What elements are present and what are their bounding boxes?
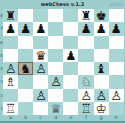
square-b6[interactable] (18, 36, 33, 49)
square-h6[interactable] (109, 36, 124, 49)
square-c5[interactable]: ♛ (33, 49, 48, 62)
webchess-app: webChess v.1.2 admin 87654321 ♜♜♚♟♟♟♟♟♟♛… (0, 0, 125, 123)
square-b5[interactable] (18, 49, 33, 62)
square-e2[interactable] (63, 89, 78, 102)
square-f7[interactable]: ♟ (78, 22, 93, 35)
white-bishop-piece: ♗ (5, 75, 16, 88)
square-c6[interactable] (33, 36, 48, 49)
square-d4[interactable] (48, 62, 63, 75)
square-d6[interactable] (48, 36, 63, 49)
square-c7[interactable]: ♟ (33, 22, 48, 35)
square-c3[interactable] (33, 75, 48, 88)
square-g1[interactable]: ♔ (94, 102, 109, 115)
square-h7[interactable]: ♟ (109, 22, 124, 35)
square-h4[interactable] (109, 62, 124, 75)
black-pawn-piece: ♟ (20, 22, 31, 35)
square-b1[interactable] (18, 102, 33, 115)
square-c1[interactable] (33, 102, 48, 115)
square-d5[interactable] (48, 49, 63, 62)
square-d7[interactable] (48, 22, 63, 35)
titlebar-right-label: admin (109, 1, 123, 9)
white-rook-piece: ♖ (80, 102, 91, 115)
square-d8[interactable] (48, 9, 63, 22)
black-queen-piece: ♛ (35, 49, 46, 62)
black-pawn-piece: ♟ (35, 22, 46, 35)
square-e4[interactable] (63, 62, 78, 75)
square-a5[interactable] (3, 49, 18, 62)
square-f6[interactable] (78, 36, 93, 49)
square-d2[interactable] (48, 89, 63, 102)
app-title: webChess v.1.2 (41, 0, 85, 9)
square-f8[interactable]: ♜ (78, 9, 93, 22)
white-knight-piece: ♘ (80, 75, 91, 88)
square-g4[interactable]: ♝ (94, 62, 109, 75)
title-bar: webChess v.1.2 admin (0, 0, 125, 9)
black-pawn-piece: ♟ (5, 22, 16, 35)
black-bishop-piece: ♝ (96, 62, 107, 75)
square-g5[interactable] (94, 49, 109, 62)
square-e5[interactable]: ♟ (63, 49, 78, 62)
black-knight-piece: ♞ (20, 62, 31, 75)
square-h8[interactable] (109, 9, 124, 22)
black-rook-piece: ♜ (80, 9, 91, 22)
square-g7[interactable]: ♟ (94, 22, 109, 35)
square-f4[interactable] (78, 62, 93, 75)
square-g6[interactable] (94, 36, 109, 49)
square-g2[interactable]: ♙ (94, 89, 109, 102)
black-pawn-piece: ♟ (65, 49, 76, 62)
square-e7[interactable] (63, 22, 78, 35)
square-f5[interactable] (78, 49, 93, 62)
square-h1[interactable] (109, 102, 124, 115)
square-e6[interactable] (63, 36, 78, 49)
square-a6[interactable] (3, 36, 18, 49)
square-b3[interactable] (18, 75, 33, 88)
square-a8[interactable]: ♜ (3, 9, 18, 22)
white-rook-piece: ♖ (5, 102, 16, 115)
square-d3[interactable]: ♙ (48, 75, 63, 88)
black-pawn-piece: ♟ (80, 22, 91, 35)
square-g8[interactable]: ♚ (94, 9, 109, 22)
white-pawn-piece: ♙ (96, 89, 107, 102)
square-c4[interactable]: ♙ (33, 62, 48, 75)
square-a4[interactable]: ♙ (3, 62, 18, 75)
square-b7[interactable]: ♟ (18, 22, 33, 35)
square-b2[interactable] (18, 89, 33, 102)
square-g3[interactable] (94, 75, 109, 88)
square-a2[interactable] (3, 89, 18, 102)
square-e8[interactable] (63, 9, 78, 22)
square-f2[interactable]: ♙ (78, 89, 93, 102)
white-queen-piece: ♕ (50, 102, 61, 115)
square-a3[interactable]: ♗ (3, 75, 18, 88)
square-c2[interactable]: ♙ (33, 89, 48, 102)
black-king-piece: ♚ (96, 9, 107, 22)
square-f1[interactable]: ♖ (78, 102, 93, 115)
square-h5[interactable] (109, 49, 124, 62)
square-f3[interactable]: ♘ (78, 75, 93, 88)
black-pawn-piece: ♟ (111, 22, 122, 35)
white-king-piece: ♔ (96, 102, 107, 115)
square-h2[interactable]: ♙ (109, 89, 124, 102)
white-pawn-piece: ♙ (35, 89, 46, 102)
white-pawn-piece: ♙ (35, 62, 46, 75)
black-pawn-piece: ♟ (96, 22, 107, 35)
white-pawn-piece: ♙ (111, 89, 122, 102)
white-pawn-piece: ♙ (80, 89, 91, 102)
square-d1[interactable]: ♕ (48, 102, 63, 115)
square-c8[interactable] (33, 9, 48, 22)
black-rook-piece: ♜ (5, 9, 16, 22)
white-pawn-piece: ♙ (50, 75, 61, 88)
square-b8[interactable] (18, 9, 33, 22)
square-a7[interactable]: ♟ (3, 22, 18, 35)
square-b4[interactable]: ♞ (18, 62, 33, 75)
white-pawn-piece: ♙ (5, 62, 16, 75)
chess-board: ♜♜♚♟♟♟♟♟♟♛♟♙♞♙♝♗♙♘♙♙♙♙♖♕♖♔ (3, 9, 124, 115)
square-e1[interactable] (63, 102, 78, 115)
bottom-edge-divider (0, 121, 125, 123)
square-h3[interactable] (109, 75, 124, 88)
square-a1[interactable]: ♖ (3, 102, 18, 115)
square-e3[interactable] (63, 75, 78, 88)
